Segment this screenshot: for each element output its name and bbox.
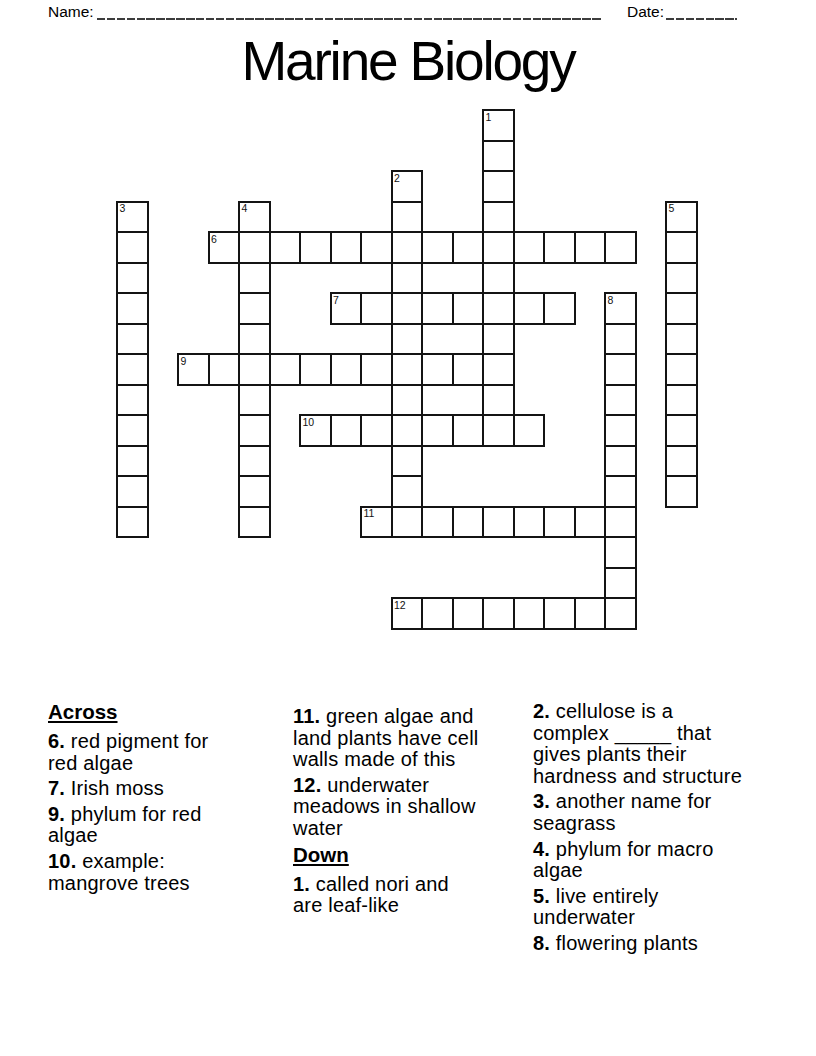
grid-cell[interactable] [513, 292, 546, 325]
grid-cell[interactable] [604, 567, 637, 600]
grid-cell[interactable] [665, 292, 698, 325]
grid-cell[interactable] [604, 597, 637, 630]
grid-cell[interactable] [391, 475, 424, 508]
clue-across-9: 9. phylum for red algae [48, 804, 258, 847]
grid-cell[interactable] [574, 231, 607, 264]
grid-cell[interactable] [604, 384, 637, 417]
clue-text: green algae and land plants have cell wa… [293, 705, 478, 770]
grid-cell[interactable] [330, 353, 363, 386]
clue-text: live entirely underwater [533, 885, 659, 929]
grid-cell[interactable] [116, 414, 149, 447]
grid-cell[interactable] [116, 384, 149, 417]
grid-cell[interactable] [482, 353, 515, 386]
grid-cell[interactable] [238, 292, 271, 325]
grid-cell[interactable] [421, 231, 454, 264]
grid-cell[interactable] [604, 323, 637, 356]
clue-text: flowering plants [550, 932, 698, 954]
grid-cell[interactable] [604, 475, 637, 508]
grid-cell[interactable] [116, 353, 149, 386]
grid-cell[interactable] [330, 231, 363, 264]
grid-cell[interactable] [482, 262, 515, 295]
grid-cell[interactable] [665, 353, 698, 386]
clue-down-4: 4. phylum for macro algae [533, 839, 773, 882]
cell-number: 6 [211, 234, 217, 245]
grid-cell[interactable] [299, 231, 332, 264]
clue-number: 6. [48, 730, 65, 752]
grid-cell[interactable] [513, 414, 546, 447]
clue-down-5: 5. live entirely underwater [533, 886, 773, 929]
grid-cell[interactable] [543, 506, 576, 539]
clue-across-11: 11. green algae and land plants have cel… [293, 706, 515, 771]
grid-cell[interactable] [665, 445, 698, 478]
cell-number: 10 [303, 417, 315, 428]
clue-across-10: 10. example: mangrove trees [48, 851, 258, 894]
cell-number: 1 [486, 112, 492, 123]
down-header: Down [293, 844, 515, 866]
grid-cell[interactable] [543, 231, 576, 264]
grid-cell[interactable] [482, 384, 515, 417]
date-label: Date: [627, 2, 664, 22]
grid-cell[interactable] [116, 323, 149, 356]
grid-cell[interactable] [360, 414, 393, 447]
clue-column: Across6. red pigment for red algae7. Iri… [48, 701, 258, 898]
grid-cell[interactable] [116, 231, 149, 264]
clue-number: 8. [533, 932, 550, 954]
grid-cell[interactable] [391, 445, 424, 478]
clue-number: 5. [533, 885, 550, 907]
grid-cell[interactable] [391, 506, 424, 539]
clue-text: underwater meadows in shallow water [293, 774, 476, 839]
grid-cell[interactable] [116, 506, 149, 539]
clue-number: 2. [533, 700, 550, 722]
grid-cell[interactable] [330, 414, 363, 447]
grid-cell[interactable] [391, 353, 424, 386]
clue-across-7: 7. Irish moss [48, 778, 258, 800]
grid-cell[interactable] [452, 414, 485, 447]
grid-cell[interactable] [421, 292, 454, 325]
grid-cell[interactable] [482, 201, 515, 234]
clue-number: 10. [48, 850, 76, 872]
grid-cell[interactable] [482, 506, 515, 539]
across-header: Across [48, 701, 258, 723]
date-blank-line[interactable] [666, 18, 737, 20]
grid-cell[interactable] [360, 292, 393, 325]
name-blank-line[interactable] [97, 18, 601, 20]
clue-number: 9. [48, 803, 65, 825]
grid-cell[interactable] [604, 536, 637, 569]
grid-cell[interactable] [391, 201, 424, 234]
grid-cell[interactable] [238, 475, 271, 508]
grid-cell[interactable] [574, 597, 607, 630]
grid-cell[interactable] [269, 231, 302, 264]
grid-cell[interactable] [482, 292, 515, 325]
grid-cell[interactable] [391, 262, 424, 295]
clue-column: 2. cellulose is a complex _____ that giv… [533, 701, 773, 959]
grid-cell[interactable] [116, 445, 149, 478]
grid-cell[interactable] [513, 231, 546, 264]
grid-cell[interactable] [482, 323, 515, 356]
grid-cell[interactable] [299, 353, 332, 386]
cell-number: 12 [394, 600, 406, 611]
clue-down-3: 3. another name for seagrass [533, 791, 773, 834]
grid-cell[interactable] [421, 353, 454, 386]
grid-cell[interactable] [574, 506, 607, 539]
grid-cell[interactable] [116, 292, 149, 325]
grid-cell[interactable] [543, 292, 576, 325]
cell-number: 4 [242, 203, 248, 214]
cell-number: 2 [394, 173, 400, 184]
grid-cell[interactable] [360, 353, 393, 386]
grid-cell[interactable] [238, 262, 271, 295]
clue-text: phylum for red algae [48, 803, 201, 847]
cell-number: 11 [364, 508, 375, 519]
clue-number: 3. [533, 790, 550, 812]
grid-cell[interactable] [604, 231, 637, 264]
grid-cell[interactable] [421, 414, 454, 447]
clue-number: 11. [293, 705, 320, 727]
grid-cell[interactable] [391, 384, 424, 417]
grid-cell[interactable] [421, 506, 454, 539]
grid-cell[interactable] [421, 597, 454, 630]
clue-across-6: 6. red pigment for red algae [48, 731, 258, 774]
name-label: Name: [48, 2, 94, 22]
grid-cell[interactable] [452, 292, 485, 325]
grid-cell[interactable] [604, 414, 637, 447]
grid-cell[interactable] [482, 140, 515, 173]
puzzle-title: Marine Biology [0, 30, 816, 92]
clue-across-12: 12. underwater meadows in shallow water [293, 775, 515, 840]
cell-number: 7 [333, 295, 339, 306]
grid-cell[interactable] [360, 231, 393, 264]
grid-cell[interactable] [482, 414, 515, 447]
cell-number: 3 [120, 203, 126, 214]
clue-down-1: 1. called nori and are leaf-like [293, 874, 515, 917]
worksheet-page: Name: Date: Marine Biology 1234567891011… [0, 0, 816, 1056]
clue-down-2: 2. cellulose is a complex _____ that giv… [533, 701, 773, 787]
grid-cell[interactable] [238, 323, 271, 356]
clue-number: 1. [293, 873, 310, 895]
grid-cell[interactable] [238, 445, 271, 478]
clue-text: cellulose is a complex _____ that gives … [533, 700, 742, 787]
grid-cell[interactable] [238, 353, 271, 386]
grid-cell[interactable] [513, 506, 546, 539]
clue-column: 11. green algae and land plants have cel… [293, 701, 515, 921]
cell-number: 9 [181, 356, 187, 367]
grid-cell[interactable] [665, 231, 698, 264]
grid-cell[interactable] [238, 414, 271, 447]
grid-cell[interactable] [391, 292, 424, 325]
grid-cell[interactable] [391, 231, 424, 264]
grid-cell[interactable] [665, 475, 698, 508]
grid-cell[interactable] [665, 414, 698, 447]
grid-cell[interactable] [452, 506, 485, 539]
grid-cell[interactable] [665, 262, 698, 295]
grid-cell[interactable] [665, 384, 698, 417]
grid-cell[interactable] [452, 231, 485, 264]
grid-cell[interactable] [391, 323, 424, 356]
clue-text: called nori and are leaf-like [293, 873, 449, 917]
clue-down-8: 8. flowering plants [533, 933, 773, 955]
grid-cell[interactable] [665, 323, 698, 356]
grid-cell[interactable] [452, 353, 485, 386]
grid-cell[interactable] [238, 231, 271, 264]
grid-cell[interactable] [452, 597, 485, 630]
grid-cell[interactable] [116, 262, 149, 295]
cell-number: 5 [669, 203, 675, 214]
grid-cell[interactable] [269, 353, 302, 386]
grid-cell[interactable] [482, 231, 515, 264]
grid-cell[interactable] [238, 384, 271, 417]
grid-cell[interactable] [482, 597, 515, 630]
clue-number: 12. [293, 774, 321, 796]
grid-cell[interactable] [238, 506, 271, 539]
grid-cell[interactable] [208, 353, 241, 386]
cell-number: 8 [608, 295, 614, 306]
grid-cell[interactable] [543, 597, 576, 630]
grid-cell[interactable] [604, 506, 637, 539]
clue-text: Irish moss [65, 777, 164, 799]
clue-text: red pigment for red algae [48, 730, 208, 774]
clue-text: phylum for macro algae [533, 838, 714, 882]
grid-cell[interactable] [513, 597, 546, 630]
clue-number: 7. [48, 777, 65, 799]
grid-cell[interactable] [391, 414, 424, 447]
grid-cell[interactable] [482, 170, 515, 203]
clue-text: another name for seagrass [533, 790, 711, 834]
clue-number: 4. [533, 838, 550, 860]
grid-cell[interactable] [604, 353, 637, 386]
crossword-grid: 123456789101112 [117, 110, 697, 629]
grid-cell[interactable] [116, 475, 149, 508]
grid-cell[interactable] [604, 445, 637, 478]
